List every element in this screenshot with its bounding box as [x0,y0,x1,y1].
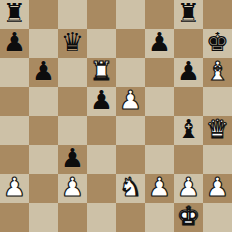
square-g4[interactable]: ♝ [174,116,203,145]
white-pawn[interactable]: ♟ [177,173,200,202]
square-h4[interactable]: ♛ [203,116,232,145]
square-a5[interactable] [0,87,29,116]
square-h7[interactable]: ♚ [203,29,232,58]
white-pawn[interactable]: ♟ [206,173,229,202]
square-d3[interactable] [87,145,116,174]
square-a3[interactable] [0,145,29,174]
square-e2[interactable]: ♞ [116,174,145,203]
square-g2[interactable]: ♟ [174,174,203,203]
square-b4[interactable] [29,116,58,145]
square-a6[interactable] [0,58,29,87]
square-f1[interactable] [145,203,174,232]
black-pawn[interactable]: ♟ [177,57,200,86]
square-c3[interactable]: ♟ [58,145,87,174]
square-f7[interactable]: ♟ [145,29,174,58]
square-h6[interactable]: ♝ [203,58,232,87]
square-g6[interactable]: ♟ [174,58,203,87]
square-e7[interactable] [116,29,145,58]
chess-board: ♜♜♟♛♟♚♟♜♟♝♟♟♝♛♟♟♟♞♟♟♟♚ [0,0,232,232]
square-d8[interactable] [87,0,116,29]
white-rook[interactable]: ♜ [90,57,113,86]
square-b5[interactable] [29,87,58,116]
black-rook[interactable]: ♜ [3,0,26,28]
square-f4[interactable] [145,116,174,145]
square-d7[interactable] [87,29,116,58]
square-g7[interactable] [174,29,203,58]
black-pawn[interactable]: ♟ [148,28,171,57]
square-b3[interactable] [29,145,58,174]
square-b8[interactable] [29,0,58,29]
square-e5[interactable]: ♟ [116,87,145,116]
square-e4[interactable] [116,116,145,145]
white-bishop[interactable]: ♝ [206,57,229,86]
black-king[interactable]: ♚ [206,28,229,57]
square-e1[interactable] [116,203,145,232]
square-f6[interactable] [145,58,174,87]
square-c6[interactable] [58,58,87,87]
square-f3[interactable] [145,145,174,174]
black-pawn[interactable]: ♟ [90,86,113,115]
square-d1[interactable] [87,203,116,232]
square-b2[interactable] [29,174,58,203]
square-a4[interactable] [0,116,29,145]
black-pawn[interactable]: ♟ [61,144,84,173]
square-d4[interactable] [87,116,116,145]
square-b1[interactable] [29,203,58,232]
square-d6[interactable]: ♜ [87,58,116,87]
white-pawn[interactable]: ♟ [61,173,84,202]
square-h2[interactable]: ♟ [203,174,232,203]
white-pawn[interactable]: ♟ [119,86,142,115]
square-h8[interactable] [203,0,232,29]
square-e6[interactable] [116,58,145,87]
square-f8[interactable] [145,0,174,29]
square-a7[interactable]: ♟ [0,29,29,58]
black-rook[interactable]: ♜ [177,0,200,28]
square-c4[interactable] [58,116,87,145]
square-a2[interactable]: ♟ [0,174,29,203]
square-h1[interactable] [203,203,232,232]
square-g3[interactable] [174,145,203,174]
black-bishop[interactable]: ♝ [177,115,200,144]
square-b7[interactable] [29,29,58,58]
square-d5[interactable]: ♟ [87,87,116,116]
square-a1[interactable] [0,203,29,232]
square-g1[interactable]: ♚ [174,203,203,232]
square-e3[interactable] [116,145,145,174]
black-pawn[interactable]: ♟ [3,28,26,57]
white-king[interactable]: ♚ [177,202,200,231]
square-b6[interactable]: ♟ [29,58,58,87]
white-pawn[interactable]: ♟ [148,173,171,202]
square-f2[interactable]: ♟ [145,174,174,203]
black-queen[interactable]: ♛ [61,28,84,57]
square-a8[interactable]: ♜ [0,0,29,29]
square-g8[interactable]: ♜ [174,0,203,29]
square-f5[interactable] [145,87,174,116]
square-c8[interactable] [58,0,87,29]
black-pawn[interactable]: ♟ [32,57,55,86]
square-d2[interactable] [87,174,116,203]
square-c7[interactable]: ♛ [58,29,87,58]
square-g5[interactable] [174,87,203,116]
white-pawn[interactable]: ♟ [3,173,26,202]
square-h3[interactable] [203,145,232,174]
square-c2[interactable]: ♟ [58,174,87,203]
square-c1[interactable] [58,203,87,232]
square-h5[interactable] [203,87,232,116]
square-c5[interactable] [58,87,87,116]
square-e8[interactable] [116,0,145,29]
white-queen[interactable]: ♛ [206,115,229,144]
white-knight[interactable]: ♞ [119,173,142,202]
